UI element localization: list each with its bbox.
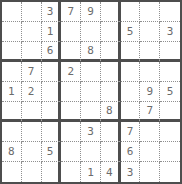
- cell-r9c3[interactable]: [42, 162, 62, 182]
- cell-r8c3[interactable]: 5: [42, 142, 62, 162]
- cell-r9c1[interactable]: [2, 162, 22, 182]
- cell-r8c2[interactable]: [22, 142, 42, 162]
- cell-r4c8[interactable]: [140, 62, 160, 82]
- cell-r2c5[interactable]: [81, 22, 101, 42]
- cell-r5c6[interactable]: [101, 82, 121, 102]
- cell-r5c8[interactable]: 9: [140, 82, 160, 102]
- cell-r9c7[interactable]: 3: [121, 162, 141, 182]
- cell-r4c4[interactable]: 2: [61, 62, 81, 82]
- cell-r1c6[interactable]: [101, 2, 121, 22]
- cell-r2c8[interactable]: [140, 22, 160, 42]
- cell-r8c6[interactable]: [101, 142, 121, 162]
- sudoku-board: 379153687212958737856143: [0, 0, 182, 184]
- cell-r1c3[interactable]: 3: [42, 2, 62, 22]
- cell-r6c4[interactable]: [61, 102, 81, 122]
- cell-r6c5[interactable]: [81, 102, 101, 122]
- cell-r7c8[interactable]: [140, 122, 160, 142]
- cell-r3c3[interactable]: 6: [42, 42, 62, 62]
- cell-r8c8[interactable]: [140, 142, 160, 162]
- cell-r5c7[interactable]: [121, 82, 141, 102]
- cell-r3c7[interactable]: [121, 42, 141, 62]
- cell-r5c4[interactable]: [61, 82, 81, 102]
- cell-r5c1[interactable]: 1: [2, 82, 22, 102]
- cell-r1c9[interactable]: [160, 2, 180, 22]
- cell-r3c2[interactable]: [22, 42, 42, 62]
- cell-r9c5[interactable]: 1: [81, 162, 101, 182]
- cell-r3c8[interactable]: [140, 42, 160, 62]
- cell-r8c7[interactable]: 6: [121, 142, 141, 162]
- cell-r6c1[interactable]: [2, 102, 22, 122]
- cell-r2c9[interactable]: 3: [160, 22, 180, 42]
- cell-r7c9[interactable]: [160, 122, 180, 142]
- cell-r3c9[interactable]: [160, 42, 180, 62]
- cell-r4c9[interactable]: [160, 62, 180, 82]
- cell-r7c5[interactable]: 3: [81, 122, 101, 142]
- cell-r4c1[interactable]: [2, 62, 22, 82]
- cell-r7c6[interactable]: [101, 122, 121, 142]
- cell-r2c1[interactable]: [2, 22, 22, 42]
- cell-r4c3[interactable]: [42, 62, 62, 82]
- cell-r3c6[interactable]: [101, 42, 121, 62]
- cell-r2c4[interactable]: [61, 22, 81, 42]
- cell-r1c2[interactable]: [22, 2, 42, 22]
- cell-r3c4[interactable]: [61, 42, 81, 62]
- cell-r7c4[interactable]: [61, 122, 81, 142]
- cell-r2c6[interactable]: [101, 22, 121, 42]
- cell-r2c2[interactable]: [22, 22, 42, 42]
- cell-r7c1[interactable]: [2, 122, 22, 142]
- cell-r6c9[interactable]: [160, 102, 180, 122]
- cell-r6c7[interactable]: [121, 102, 141, 122]
- cell-r3c5[interactable]: 8: [81, 42, 101, 62]
- cell-r6c2[interactable]: [22, 102, 42, 122]
- cell-r7c2[interactable]: [22, 122, 42, 142]
- cell-r9c6[interactable]: 4: [101, 162, 121, 182]
- cell-r5c2[interactable]: 2: [22, 82, 42, 102]
- cell-r1c7[interactable]: [121, 2, 141, 22]
- cell-r9c2[interactable]: [22, 162, 42, 182]
- cell-r6c8[interactable]: 7: [140, 102, 160, 122]
- cell-r4c5[interactable]: [81, 62, 101, 82]
- cell-r4c6[interactable]: [101, 62, 121, 82]
- cell-r6c3[interactable]: [42, 102, 62, 122]
- cell-r2c7[interactable]: 5: [121, 22, 141, 42]
- cell-r1c5[interactable]: 9: [81, 2, 101, 22]
- cell-r1c8[interactable]: [140, 2, 160, 22]
- cell-r2c3[interactable]: 1: [42, 22, 62, 42]
- cell-r4c7[interactable]: [121, 62, 141, 82]
- cell-r9c9[interactable]: [160, 162, 180, 182]
- cell-r8c4[interactable]: [61, 142, 81, 162]
- cell-r5c9[interactable]: 5: [160, 82, 180, 102]
- cell-r4c2[interactable]: 7: [22, 62, 42, 82]
- cell-r1c4[interactable]: 7: [61, 2, 81, 22]
- cell-r8c9[interactable]: [160, 142, 180, 162]
- cell-r6c6[interactable]: 8: [101, 102, 121, 122]
- cell-r5c5[interactable]: [81, 82, 101, 102]
- cell-r8c1[interactable]: 8: [2, 142, 22, 162]
- cell-r9c8[interactable]: [140, 162, 160, 182]
- cell-r7c3[interactable]: [42, 122, 62, 142]
- cell-r8c5[interactable]: [81, 142, 101, 162]
- cell-r5c3[interactable]: [42, 82, 62, 102]
- cell-r9c4[interactable]: [61, 162, 81, 182]
- cell-r7c7[interactable]: 7: [121, 122, 141, 142]
- cell-r3c1[interactable]: [2, 42, 22, 62]
- cell-r1c1[interactable]: [2, 2, 22, 22]
